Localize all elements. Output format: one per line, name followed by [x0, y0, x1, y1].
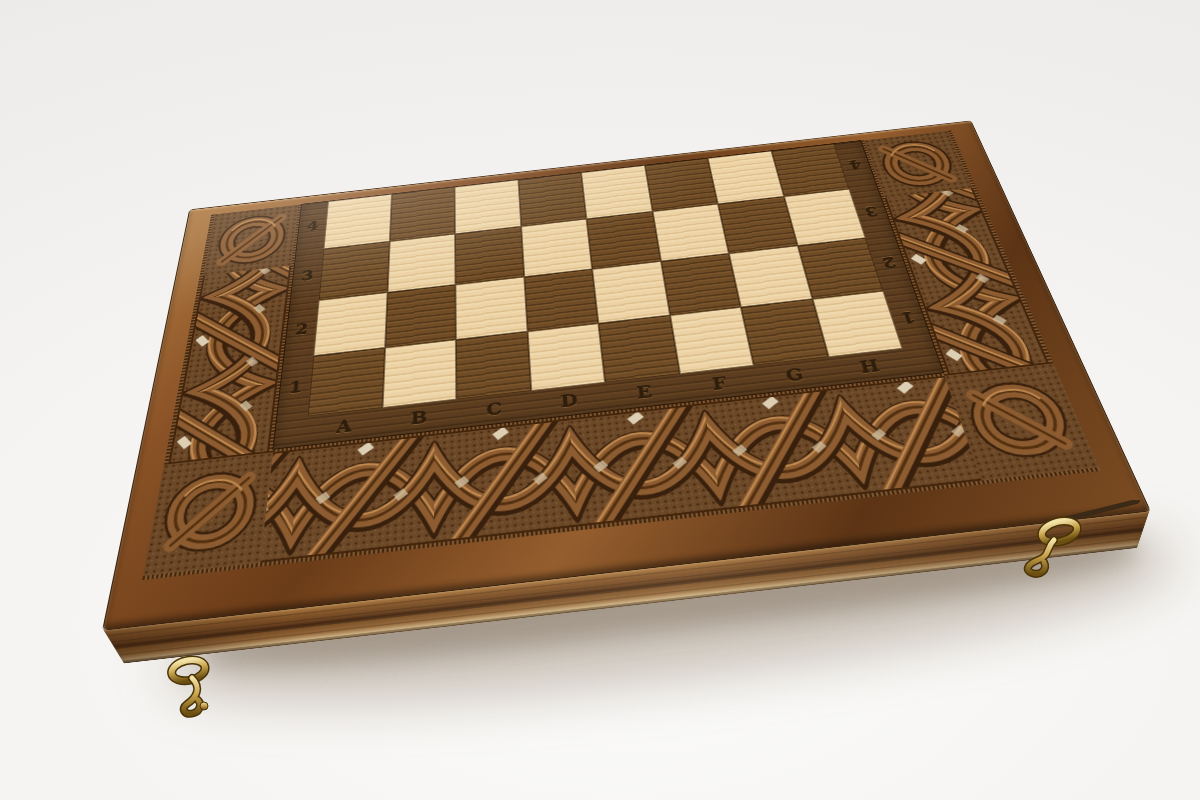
square-f2 [661, 253, 741, 315]
brass-clasp-right-icon [1008, 500, 1148, 580]
file-label-g: G [754, 357, 836, 393]
square-f3 [652, 204, 729, 261]
square-c4 [455, 180, 521, 234]
knot-corner-top-right [864, 131, 973, 198]
square-e4 [581, 165, 652, 219]
square-c3 [455, 226, 524, 284]
file-label-h: H [828, 349, 912, 385]
square-e3 [586, 211, 660, 269]
square-b2 [385, 285, 456, 348]
product-photo-stage: { "game": "chess", "scene_description": … [0, 0, 1200, 800]
square-e2 [592, 261, 669, 323]
file-label-b: B [381, 399, 457, 436]
square-a3 [319, 241, 390, 300]
square-a1 [308, 348, 385, 417]
square-f1 [670, 307, 754, 374]
square-c1 [456, 332, 531, 400]
square-e1 [598, 315, 679, 382]
square-b4 [389, 187, 455, 241]
chess-box: 4 4 3 [103, 121, 1149, 630]
square-a4 [324, 194, 392, 249]
file-label-a: A [305, 408, 382, 445]
file-label-d: D [531, 382, 609, 419]
square-d3 [521, 219, 592, 277]
rank-label-left-1: 1 [277, 356, 314, 420]
square-b1 [382, 340, 456, 408]
square-d1 [527, 323, 605, 391]
chessboard: 4 4 3 [274, 141, 944, 449]
square-a2 [313, 292, 387, 355]
margin-corner-right [903, 345, 944, 376]
margin-corner-left [274, 416, 308, 448]
knot-corner-bottom-left [143, 452, 273, 576]
square-f4 [644, 158, 717, 211]
square-d4 [518, 173, 587, 227]
file-label-c: C [456, 391, 532, 428]
file-label-e: E [605, 374, 684, 411]
knot-corner-top-left [203, 205, 298, 276]
square-b3 [387, 234, 455, 293]
brass-clasp-left-icon [152, 648, 230, 726]
file-label-f: F [679, 366, 760, 402]
knot-corner-bottom-right [944, 363, 1099, 480]
groove-bottom-inner [273, 372, 944, 452]
square-c2 [455, 277, 527, 340]
square-d2 [524, 269, 599, 331]
